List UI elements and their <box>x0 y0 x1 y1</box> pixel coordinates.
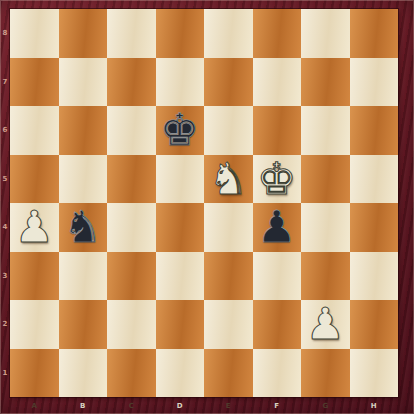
square-f2[interactable] <box>253 300 302 349</box>
white-pawn[interactable]: ♟ <box>301 300 350 349</box>
square-b6[interactable] <box>59 106 108 155</box>
rank-label-5: 5 <box>0 174 10 184</box>
file-label-e: E <box>222 401 234 412</box>
square-d2[interactable] <box>156 300 205 349</box>
square-f8[interactable] <box>253 9 302 58</box>
square-d8[interactable] <box>156 9 205 58</box>
square-g1[interactable] <box>301 349 350 398</box>
square-f7[interactable] <box>253 58 302 107</box>
square-c5[interactable] <box>107 155 156 204</box>
file-label-f: F <box>271 401 283 412</box>
square-e4[interactable] <box>204 203 253 252</box>
square-h4[interactable] <box>350 203 399 252</box>
square-g7[interactable] <box>301 58 350 107</box>
square-h1[interactable] <box>350 349 399 398</box>
square-g6[interactable] <box>301 106 350 155</box>
square-a4[interactable]: ♟ <box>10 203 59 252</box>
rank-label-6: 6 <box>0 125 10 135</box>
square-g4[interactable] <box>301 203 350 252</box>
square-g2[interactable]: ♟ <box>301 300 350 349</box>
square-b2[interactable] <box>59 300 108 349</box>
square-b8[interactable] <box>59 9 108 58</box>
square-b5[interactable] <box>59 155 108 204</box>
square-e2[interactable] <box>204 300 253 349</box>
square-a6[interactable] <box>10 106 59 155</box>
square-g8[interactable] <box>301 9 350 58</box>
file-label-g: G <box>319 401 331 412</box>
square-d4[interactable] <box>156 203 205 252</box>
board-frame: ♚♞♚♟♞♟♟ 87654321 ABCDEFGH <box>0 0 414 414</box>
square-e8[interactable] <box>204 9 253 58</box>
square-c1[interactable] <box>107 349 156 398</box>
square-c6[interactable] <box>107 106 156 155</box>
square-e6[interactable] <box>204 106 253 155</box>
square-e5[interactable]: ♞ <box>204 155 253 204</box>
file-label-b: B <box>77 401 89 412</box>
white-pawn[interactable]: ♟ <box>10 203 59 252</box>
square-a2[interactable] <box>10 300 59 349</box>
square-g5[interactable] <box>301 155 350 204</box>
square-e3[interactable] <box>204 252 253 301</box>
square-a5[interactable] <box>10 155 59 204</box>
square-f1[interactable] <box>253 349 302 398</box>
rank-label-4: 4 <box>0 222 10 232</box>
file-label-d: D <box>174 401 186 412</box>
square-f3[interactable] <box>253 252 302 301</box>
square-a7[interactable] <box>10 58 59 107</box>
file-label-a: A <box>28 401 40 412</box>
square-b3[interactable] <box>59 252 108 301</box>
square-h3[interactable] <box>350 252 399 301</box>
square-e1[interactable] <box>204 349 253 398</box>
square-c2[interactable] <box>107 300 156 349</box>
black-king[interactable]: ♚ <box>156 106 205 155</box>
square-d7[interactable] <box>156 58 205 107</box>
rank-label-2: 2 <box>0 319 10 329</box>
square-h7[interactable] <box>350 58 399 107</box>
square-b7[interactable] <box>59 58 108 107</box>
square-h2[interactable] <box>350 300 399 349</box>
square-a3[interactable] <box>10 252 59 301</box>
square-h6[interactable] <box>350 106 399 155</box>
rank-label-1: 1 <box>0 368 10 378</box>
square-c3[interactable] <box>107 252 156 301</box>
square-h5[interactable] <box>350 155 399 204</box>
square-g3[interactable] <box>301 252 350 301</box>
square-d5[interactable] <box>156 155 205 204</box>
square-c8[interactable] <box>107 9 156 58</box>
black-pawn[interactable]: ♟ <box>253 203 302 252</box>
white-knight[interactable]: ♞ <box>204 155 253 204</box>
black-knight[interactable]: ♞ <box>59 203 108 252</box>
square-d3[interactable] <box>156 252 205 301</box>
square-f5[interactable]: ♚ <box>253 155 302 204</box>
file-label-c: C <box>125 401 137 412</box>
square-e7[interactable] <box>204 58 253 107</box>
square-b1[interactable] <box>59 349 108 398</box>
square-d6[interactable]: ♚ <box>156 106 205 155</box>
square-a8[interactable] <box>10 9 59 58</box>
square-c7[interactable] <box>107 58 156 107</box>
square-b4[interactable]: ♞ <box>59 203 108 252</box>
file-label-h: H <box>368 401 380 412</box>
rank-label-8: 8 <box>0 28 10 38</box>
rank-label-7: 7 <box>0 77 10 87</box>
board: ♚♞♚♟♞♟♟ <box>10 9 398 397</box>
square-d1[interactable] <box>156 349 205 398</box>
square-a1[interactable] <box>10 349 59 398</box>
square-c4[interactable] <box>107 203 156 252</box>
square-f4[interactable]: ♟ <box>253 203 302 252</box>
white-king[interactable]: ♚ <box>253 155 302 204</box>
square-h8[interactable] <box>350 9 399 58</box>
square-f6[interactable] <box>253 106 302 155</box>
rank-label-3: 3 <box>0 271 10 281</box>
